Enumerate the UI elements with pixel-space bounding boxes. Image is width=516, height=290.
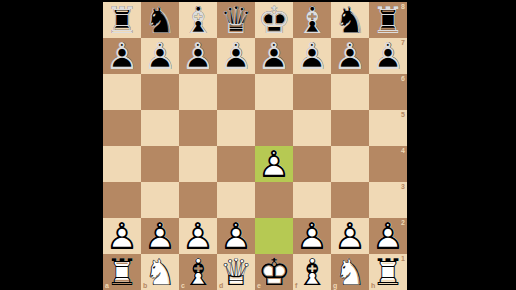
white-king-icon: ♚ [255,254,293,290]
black-rook-outline-icon: ♖ [369,2,407,38]
black-pawn-icon: ♟ [217,38,255,74]
white-pawn[interactable]: ♟♙ [103,218,141,254]
rank-label-4: 4 [401,147,405,154]
square-c4[interactable] [179,146,217,182]
black-pawn-icon: ♟ [331,38,369,74]
square-f2[interactable]: ♟♙ [293,218,331,254]
white-bishop-outline-icon: ♗ [179,254,217,290]
white-king-outline-icon: ♔ [255,254,293,290]
square-a7[interactable]: ♟♙ [103,38,141,74]
black-pawn-outline-icon: ♙ [103,38,141,74]
black-pawn-icon: ♟ [103,38,141,74]
white-knight-icon: ♞ [141,254,179,290]
black-bishop[interactable]: ♝♗ [179,2,217,38]
rank-label-6: 6 [401,75,405,82]
black-bishop-icon: ♝ [179,2,217,38]
square-h3[interactable]: 3 [369,182,407,218]
white-pawn-outline-icon: ♙ [255,146,293,182]
white-rook-icon: ♜ [369,254,407,290]
square-g3[interactable] [331,182,369,218]
square-d1[interactable]: ♛♕d [217,254,255,290]
square-a8[interactable]: ♜♖ [103,2,141,38]
black-bishop-outline-icon: ♗ [179,2,217,38]
square-b6[interactable] [141,74,179,110]
white-pawn-icon: ♟ [331,218,369,254]
square-h2[interactable]: ♟♙2 [369,218,407,254]
black-pawn[interactable]: ♟♙ [255,38,293,74]
white-pawn-icon: ♟ [293,218,331,254]
app-window: ♜♖♞♘♝♗♛♕♚♔♝♗♞♘♜♖8♟♙♟♙♟♙♟♙♟♙♟♙♟♙♟♙765♟♙43… [0,0,516,290]
black-knight-outline-icon: ♘ [331,2,369,38]
white-knight[interactable]: ♞♘ [331,254,369,290]
white-bishop-icon: ♝ [179,254,217,290]
rank-label-3: 3 [401,183,405,190]
black-knight-icon: ♞ [141,2,179,38]
white-queen[interactable]: ♛♕ [217,254,255,290]
black-knight-outline-icon: ♘ [141,2,179,38]
square-d5[interactable] [217,110,255,146]
square-e7[interactable]: ♟♙ [255,38,293,74]
square-f6[interactable] [293,74,331,110]
white-pawn-icon: ♟ [255,146,293,182]
white-pawn-outline-icon: ♙ [103,218,141,254]
square-d4[interactable] [217,146,255,182]
black-rook-icon: ♜ [103,2,141,38]
square-h7[interactable]: ♟♙7 [369,38,407,74]
square-g1[interactable]: ♞♘g [331,254,369,290]
white-bishop-outline-icon: ♗ [293,254,331,290]
black-pawn-icon: ♟ [293,38,331,74]
square-f5[interactable] [293,110,331,146]
square-c1[interactable]: ♝♗c [179,254,217,290]
square-d7[interactable]: ♟♙ [217,38,255,74]
black-rook-icon: ♜ [369,2,407,38]
rank-label-5: 5 [401,111,405,118]
square-c8[interactable]: ♝♗ [179,2,217,38]
black-pawn[interactable]: ♟♙ [141,38,179,74]
white-pawn-outline-icon: ♙ [369,218,407,254]
white-pawn-icon: ♟ [179,218,217,254]
square-a3[interactable] [103,182,141,218]
black-pawn[interactable]: ♟♙ [369,38,407,74]
white-king[interactable]: ♚♔ [255,254,293,290]
square-d2[interactable]: ♟♙ [217,218,255,254]
square-f7[interactable]: ♟♙ [293,38,331,74]
square-a4[interactable] [103,146,141,182]
black-king-outline-icon: ♔ [255,2,293,38]
black-knight[interactable]: ♞♘ [331,2,369,38]
square-b1[interactable]: ♞♘b [141,254,179,290]
black-pawn[interactable]: ♟♙ [331,38,369,74]
black-pawn-icon: ♟ [369,38,407,74]
white-pawn-icon: ♟ [103,218,141,254]
white-pawn[interactable]: ♟♙ [369,218,407,254]
square-h4[interactable]: 4 [369,146,407,182]
white-pawn[interactable]: ♟♙ [331,218,369,254]
white-knight-outline-icon: ♘ [331,254,369,290]
square-h6[interactable]: 6 [369,74,407,110]
square-h1[interactable]: ♜♖1h [369,254,407,290]
white-pawn-outline-icon: ♙ [331,218,369,254]
white-pawn-outline-icon: ♙ [293,218,331,254]
square-b5[interactable] [141,110,179,146]
white-pawn[interactable]: ♟♙ [255,146,293,182]
black-pawn-outline-icon: ♙ [369,38,407,74]
white-pawn[interactable]: ♟♙ [293,218,331,254]
square-h8[interactable]: ♜♖8 [369,2,407,38]
right-letterbox [407,0,516,290]
square-g6[interactable] [331,74,369,110]
white-pawn-icon: ♟ [369,218,407,254]
square-a2[interactable]: ♟♙ [103,218,141,254]
white-rook-outline-icon: ♖ [369,254,407,290]
square-a5[interactable] [103,110,141,146]
white-pawn-outline-icon: ♙ [179,218,217,254]
square-e3[interactable] [255,182,293,218]
square-f3[interactable] [293,182,331,218]
square-e2[interactable] [255,218,293,254]
white-knight-outline-icon: ♘ [141,254,179,290]
square-c5[interactable] [179,110,217,146]
white-knight[interactable]: ♞♘ [141,254,179,290]
left-letterbox [0,0,103,290]
square-f1[interactable]: ♝♗f [293,254,331,290]
black-pawn-icon: ♟ [141,38,179,74]
square-b3[interactable] [141,182,179,218]
black-pawn-outline-icon: ♙ [331,38,369,74]
black-bishop[interactable]: ♝♗ [293,2,331,38]
square-g8[interactable]: ♞♘ [331,2,369,38]
white-pawn-outline-icon: ♙ [141,218,179,254]
square-g7[interactable]: ♟♙ [331,38,369,74]
square-d8[interactable]: ♛♕ [217,2,255,38]
black-pawn-outline-icon: ♙ [255,38,293,74]
black-pawn[interactable]: ♟♙ [103,38,141,74]
black-queen[interactable]: ♛♕ [217,2,255,38]
square-e5[interactable] [255,110,293,146]
black-bishop-outline-icon: ♗ [293,2,331,38]
black-pawn-outline-icon: ♙ [141,38,179,74]
square-b4[interactable] [141,146,179,182]
square-b8[interactable]: ♞♘ [141,2,179,38]
white-pawn[interactable]: ♟♙ [141,218,179,254]
black-queen-outline-icon: ♕ [217,2,255,38]
black-pawn[interactable]: ♟♙ [293,38,331,74]
square-e8[interactable]: ♚♔ [255,2,293,38]
square-a6[interactable] [103,74,141,110]
square-h5[interactable]: 5 [369,110,407,146]
white-pawn-icon: ♟ [217,218,255,254]
black-pawn-outline-icon: ♙ [217,38,255,74]
square-d3[interactable] [217,182,255,218]
white-rook-outline-icon: ♖ [103,254,141,290]
square-c6[interactable] [179,74,217,110]
white-queen-outline-icon: ♕ [217,254,255,290]
black-rook-outline-icon: ♖ [103,2,141,38]
white-rook-icon: ♜ [103,254,141,290]
square-g2[interactable]: ♟♙ [331,218,369,254]
square-c2[interactable]: ♟♙ [179,218,217,254]
black-bishop-icon: ♝ [293,2,331,38]
white-knight-icon: ♞ [331,254,369,290]
white-pawn[interactable]: ♟♙ [217,218,255,254]
black-king[interactable]: ♚♔ [255,2,293,38]
square-b7[interactable]: ♟♙ [141,38,179,74]
black-knight[interactable]: ♞♘ [141,2,179,38]
square-c3[interactable] [179,182,217,218]
white-bishop[interactable]: ♝♗ [293,254,331,290]
square-e4[interactable]: ♟♙ [255,146,293,182]
square-f8[interactable]: ♝♗ [293,2,331,38]
square-a1[interactable]: ♜♖a [103,254,141,290]
white-rook[interactable]: ♜♖ [103,254,141,290]
black-pawn-outline-icon: ♙ [293,38,331,74]
square-e6[interactable] [255,74,293,110]
black-knight-icon: ♞ [331,2,369,38]
white-rook[interactable]: ♜♖ [369,254,407,290]
white-pawn[interactable]: ♟♙ [179,218,217,254]
black-king-icon: ♚ [255,2,293,38]
square-b2[interactable]: ♟♙ [141,218,179,254]
square-g5[interactable] [331,110,369,146]
black-pawn[interactable]: ♟♙ [217,38,255,74]
square-f4[interactable] [293,146,331,182]
white-bishop-icon: ♝ [293,254,331,290]
square-e1[interactable]: ♚♔e [255,254,293,290]
chess-board: ♜♖♞♘♝♗♛♕♚♔♝♗♞♘♜♖8♟♙♟♙♟♙♟♙♟♙♟♙♟♙♟♙765♟♙43… [103,2,407,290]
square-d6[interactable] [217,74,255,110]
square-g4[interactable] [331,146,369,182]
black-pawn-icon: ♟ [179,38,217,74]
black-queen-icon: ♛ [217,2,255,38]
white-bishop[interactable]: ♝♗ [179,254,217,290]
black-rook[interactable]: ♜♖ [103,2,141,38]
white-pawn-outline-icon: ♙ [217,218,255,254]
white-queen-icon: ♛ [217,254,255,290]
black-pawn-outline-icon: ♙ [179,38,217,74]
square-c7[interactable]: ♟♙ [179,38,217,74]
white-pawn-icon: ♟ [141,218,179,254]
black-pawn-icon: ♟ [255,38,293,74]
black-rook[interactable]: ♜♖ [369,2,407,38]
black-pawn[interactable]: ♟♙ [179,38,217,74]
